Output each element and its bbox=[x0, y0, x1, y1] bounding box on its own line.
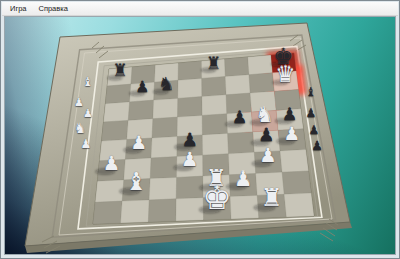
piece-white-knight-g5[interactable]: ♞ bbox=[255, 105, 273, 126]
square-a1[interactable] bbox=[93, 201, 122, 224]
square-f7[interactable] bbox=[225, 75, 250, 95]
square-h3[interactable] bbox=[280, 150, 308, 173]
piece-white-pawn-f2[interactable]: ♟ bbox=[234, 169, 252, 190]
square-e7[interactable] bbox=[202, 77, 226, 97]
piece-black-pawn-b7[interactable]: ♟ bbox=[135, 79, 149, 95]
square-a7[interactable] bbox=[105, 84, 130, 104]
square-e5[interactable] bbox=[202, 114, 227, 135]
captured-black-pawn: ♟ bbox=[306, 107, 317, 119]
piece-black-rook-a8[interactable]: ♜ bbox=[112, 63, 127, 80]
square-d8[interactable] bbox=[178, 61, 202, 80]
captured-black-bishop: ♝ bbox=[306, 86, 317, 98]
square-f4[interactable] bbox=[228, 132, 255, 154]
square-c1[interactable] bbox=[148, 199, 176, 222]
piece-white-bishop-b2[interactable]: ♝ bbox=[125, 170, 147, 195]
captured-white-pawn: ♟ bbox=[81, 138, 92, 150]
piece-black-pawn-g4[interactable]: ♟ bbox=[258, 126, 275, 145]
captured-black-pawn: ♟ bbox=[309, 124, 320, 136]
piece-white-pawn-d3[interactable]: ♟ bbox=[181, 151, 198, 171]
piece-white-queen-h7[interactable]: ♛ bbox=[275, 63, 295, 86]
piece-black-knight-c7[interactable]: ♞ bbox=[158, 75, 175, 94]
square-c6[interactable] bbox=[153, 98, 178, 118]
square-h1[interactable] bbox=[284, 193, 314, 217]
piece-black-pawn-f5[interactable]: ♟ bbox=[232, 109, 248, 127]
square-h2[interactable] bbox=[282, 171, 311, 194]
piece-white-king-e1[interactable]: ♚ bbox=[202, 182, 231, 215]
chess-board bbox=[1, 1, 400, 259]
square-c2[interactable] bbox=[149, 177, 176, 200]
menu-game[interactable]: Игра bbox=[9, 4, 27, 13]
piece-black-rook-e8[interactable]: ♜ bbox=[206, 55, 221, 72]
captured-white-knight: ♞ bbox=[74, 122, 86, 135]
captured-white-bishop: ♝ bbox=[83, 76, 94, 88]
piece-white-pawn-b4[interactable]: ♟ bbox=[131, 134, 148, 153]
piece-white-rook-g1[interactable]: ♜ bbox=[260, 186, 282, 211]
square-g7[interactable] bbox=[249, 73, 274, 93]
captured-white-pawn: ♟ bbox=[83, 108, 93, 119]
chess-titans-window: Игра Справка ♜♜♚♛♟♞♞♟♟♟♟♟♟♟♟♟♟♝♜♜♚ ♝♟♟♞♟… bbox=[0, 0, 400, 259]
square-e4[interactable] bbox=[202, 133, 228, 155]
square-a5[interactable] bbox=[102, 120, 129, 141]
square-b6[interactable] bbox=[128, 100, 154, 120]
square-c5[interactable] bbox=[152, 117, 178, 138]
menu-help[interactable]: Справка bbox=[37, 4, 68, 13]
piece-white-pawn-a3[interactable]: ♟ bbox=[103, 155, 120, 175]
square-g8[interactable] bbox=[248, 55, 273, 75]
square-d7[interactable] bbox=[178, 78, 202, 98]
piece-white-pawn-h4[interactable]: ♟ bbox=[284, 125, 301, 144]
square-c3[interactable] bbox=[150, 157, 177, 179]
piece-white-pawn-g3[interactable]: ♟ bbox=[259, 147, 276, 167]
captured-black-pawn: ♟ bbox=[311, 139, 323, 152]
square-c4[interactable] bbox=[151, 137, 177, 159]
square-a6[interactable] bbox=[104, 102, 130, 122]
piece-black-pawn-h5[interactable]: ♟ bbox=[282, 106, 298, 124]
square-e6[interactable] bbox=[202, 95, 227, 116]
square-b1[interactable] bbox=[121, 200, 150, 223]
square-f8[interactable] bbox=[225, 57, 249, 77]
piece-black-pawn-d4[interactable]: ♟ bbox=[182, 131, 199, 150]
square-d6[interactable] bbox=[178, 97, 203, 118]
menu-bar: Игра Справка bbox=[2, 2, 398, 16]
